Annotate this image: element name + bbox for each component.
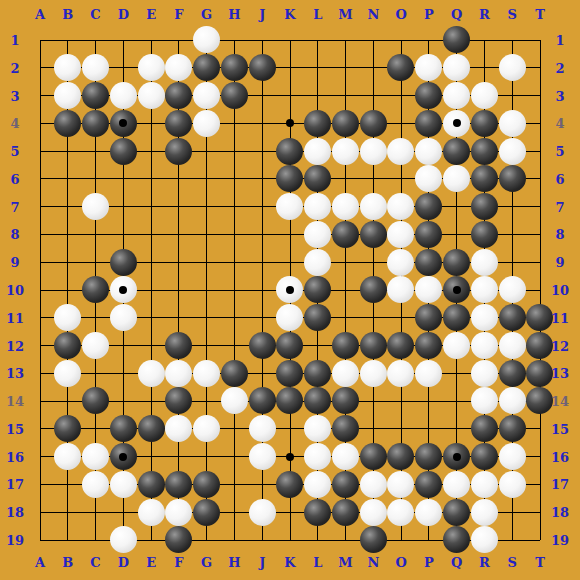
white-stone-N5[interactable] bbox=[360, 138, 387, 165]
intersection-L11 bbox=[304, 304, 332, 332]
intersection-L6 bbox=[304, 165, 332, 193]
white-stone-R14[interactable] bbox=[471, 387, 498, 414]
white-stone-H14[interactable] bbox=[221, 387, 248, 414]
intersection-K17 bbox=[276, 470, 304, 498]
white-stone-G15[interactable] bbox=[193, 415, 220, 442]
intersection-F4 bbox=[165, 109, 193, 137]
black-stone-Q11[interactable] bbox=[443, 304, 470, 331]
white-stone-L16[interactable] bbox=[304, 443, 331, 470]
black-stone-S6[interactable] bbox=[499, 165, 526, 192]
white-stone-B16[interactable] bbox=[54, 443, 81, 470]
black-stone-P4[interactable] bbox=[415, 110, 442, 137]
black-stone-G17[interactable] bbox=[193, 471, 220, 498]
row-label-left-18: 18 bbox=[6, 506, 24, 519]
col-label-top-B: B bbox=[62, 8, 73, 21]
white-stone-E2[interactable] bbox=[138, 54, 165, 81]
intersection-L9 bbox=[304, 248, 332, 276]
white-stone-N18[interactable] bbox=[360, 499, 387, 526]
col-label-bottom-F: F bbox=[174, 556, 183, 569]
black-stone-K6[interactable] bbox=[276, 165, 303, 192]
black-stone-F17[interactable] bbox=[165, 471, 192, 498]
row-label-left-15: 15 bbox=[6, 422, 24, 435]
intersection-L16 bbox=[304, 443, 332, 471]
black-stone-R5[interactable] bbox=[471, 138, 498, 165]
black-stone-O12[interactable] bbox=[387, 332, 414, 359]
intersection-C7 bbox=[82, 193, 110, 221]
intersection-R13 bbox=[470, 359, 498, 387]
white-stone-E3[interactable] bbox=[138, 82, 165, 109]
black-stone-K14[interactable] bbox=[276, 387, 303, 414]
black-stone-T13[interactable] bbox=[526, 360, 553, 387]
white-stone-P5[interactable] bbox=[415, 138, 442, 165]
intersection-F15 bbox=[165, 415, 193, 443]
white-stone-O9[interactable] bbox=[387, 249, 414, 276]
row-label-left-5: 5 bbox=[10, 145, 19, 158]
black-stone-G18[interactable] bbox=[193, 499, 220, 526]
black-stone-R16[interactable] bbox=[471, 443, 498, 470]
col-label-top-H: H bbox=[228, 8, 240, 21]
intersection-B13 bbox=[54, 359, 82, 387]
white-stone-P13[interactable] bbox=[415, 360, 442, 387]
intersection-Q3 bbox=[443, 82, 471, 110]
intersection-H14 bbox=[220, 387, 248, 415]
white-stone-E18[interactable] bbox=[138, 499, 165, 526]
row-label-left-9: 9 bbox=[10, 256, 19, 269]
black-stone-R8[interactable] bbox=[471, 221, 498, 248]
white-stone-J15[interactable] bbox=[249, 415, 276, 442]
black-stone-M17[interactable] bbox=[332, 471, 359, 498]
black-stone-O2[interactable] bbox=[387, 54, 414, 81]
black-stone-P12[interactable] bbox=[415, 332, 442, 359]
black-stone-C4[interactable] bbox=[82, 110, 109, 137]
black-stone-L11[interactable] bbox=[304, 304, 331, 331]
intersection-N16 bbox=[359, 443, 387, 471]
intersection-R7 bbox=[470, 193, 498, 221]
white-stone-B13[interactable] bbox=[54, 360, 81, 387]
intersection-L15 bbox=[304, 415, 332, 443]
white-stone-O17[interactable] bbox=[387, 471, 414, 498]
white-stone-M7[interactable] bbox=[332, 193, 359, 220]
white-stone-Q2[interactable] bbox=[443, 54, 470, 81]
white-stone-Q12[interactable] bbox=[443, 332, 470, 359]
intersection-S4 bbox=[498, 109, 526, 137]
row-label-left-1: 1 bbox=[10, 34, 19, 47]
black-stone-M8[interactable] bbox=[332, 221, 359, 248]
black-stone-S13[interactable] bbox=[499, 360, 526, 387]
black-stone-L10[interactable] bbox=[304, 276, 331, 303]
white-stone-N13[interactable] bbox=[360, 360, 387, 387]
intersection-T12 bbox=[526, 332, 554, 360]
row-label-left-16: 16 bbox=[6, 450, 24, 463]
black-stone-R7[interactable] bbox=[471, 193, 498, 220]
white-stone-G3[interactable] bbox=[193, 82, 220, 109]
intersection-Q11 bbox=[443, 304, 471, 332]
intersection-N18 bbox=[359, 498, 387, 526]
white-stone-P10[interactable] bbox=[415, 276, 442, 303]
row-label-right-3: 3 bbox=[555, 89, 564, 102]
col-label-top-F: F bbox=[174, 8, 183, 21]
col-label-bottom-B: B bbox=[62, 556, 73, 569]
black-stone-N10[interactable] bbox=[360, 276, 387, 303]
intersection-T11 bbox=[526, 304, 554, 332]
col-label-bottom-R: R bbox=[479, 556, 490, 569]
white-stone-D17[interactable] bbox=[110, 471, 137, 498]
col-label-bottom-M: M bbox=[338, 556, 352, 569]
intersection-S10 bbox=[498, 276, 526, 304]
intersection-N10 bbox=[359, 276, 387, 304]
black-stone-Q19[interactable] bbox=[443, 526, 470, 553]
black-stone-K5[interactable] bbox=[276, 138, 303, 165]
white-stone-C16[interactable] bbox=[82, 443, 109, 470]
intersection-C3 bbox=[82, 82, 110, 110]
white-stone-P2[interactable] bbox=[415, 54, 442, 81]
intersection-E17 bbox=[137, 470, 165, 498]
intersection-C16 bbox=[82, 443, 110, 471]
black-stone-J12[interactable] bbox=[249, 332, 276, 359]
intersection-G18 bbox=[193, 498, 221, 526]
intersection-G3 bbox=[193, 82, 221, 110]
black-stone-L13[interactable] bbox=[304, 360, 331, 387]
white-stone-G1[interactable] bbox=[193, 26, 220, 53]
black-stone-P17[interactable] bbox=[415, 471, 442, 498]
intersection-K12 bbox=[276, 332, 304, 360]
white-stone-L5[interactable] bbox=[304, 138, 331, 165]
intersection-P2 bbox=[415, 54, 443, 82]
row-label-right-14: 14 bbox=[551, 395, 569, 408]
white-stone-Q6[interactable] bbox=[443, 165, 470, 192]
row-label-right-12: 12 bbox=[551, 339, 569, 352]
row-label-right-8: 8 bbox=[555, 228, 564, 241]
white-stone-S17[interactable] bbox=[499, 471, 526, 498]
white-stone-M16[interactable] bbox=[332, 443, 359, 470]
black-stone-Q5[interactable] bbox=[443, 138, 470, 165]
row-label-left-13: 13 bbox=[6, 367, 24, 380]
black-stone-D15[interactable] bbox=[110, 415, 137, 442]
star-point-D16 bbox=[119, 453, 127, 461]
intersection-T13 bbox=[526, 359, 554, 387]
col-label-top-L: L bbox=[313, 8, 322, 21]
row-label-right-5: 5 bbox=[555, 145, 564, 158]
white-stone-S16[interactable] bbox=[499, 443, 526, 470]
black-stone-R4[interactable] bbox=[471, 110, 498, 137]
row-label-left-3: 3 bbox=[10, 89, 19, 102]
white-stone-O13[interactable] bbox=[387, 360, 414, 387]
white-stone-F18[interactable] bbox=[165, 499, 192, 526]
black-stone-P16[interactable] bbox=[415, 443, 442, 470]
intersection-M5 bbox=[332, 137, 360, 165]
white-stone-O18[interactable] bbox=[387, 499, 414, 526]
row-label-left-10: 10 bbox=[6, 284, 24, 297]
black-stone-Q9[interactable] bbox=[443, 249, 470, 276]
white-stone-R17[interactable] bbox=[471, 471, 498, 498]
white-stone-O5[interactable] bbox=[387, 138, 414, 165]
col-label-top-E: E bbox=[146, 8, 156, 21]
intersection-Q19 bbox=[443, 526, 471, 554]
black-stone-Q18[interactable] bbox=[443, 499, 470, 526]
black-stone-D5[interactable] bbox=[110, 138, 137, 165]
white-stone-S2[interactable] bbox=[499, 54, 526, 81]
white-stone-G4[interactable] bbox=[193, 110, 220, 137]
black-stone-H13[interactable] bbox=[221, 360, 248, 387]
intersection-E15 bbox=[137, 415, 165, 443]
black-stone-E15[interactable] bbox=[138, 415, 165, 442]
white-stone-B2[interactable] bbox=[54, 54, 81, 81]
black-stone-M4[interactable] bbox=[332, 110, 359, 137]
black-stone-M14[interactable] bbox=[332, 387, 359, 414]
white-stone-N7[interactable] bbox=[360, 193, 387, 220]
intersection-O10 bbox=[387, 276, 415, 304]
black-stone-M18[interactable] bbox=[332, 499, 359, 526]
white-stone-C7[interactable] bbox=[82, 193, 109, 220]
white-stone-M13[interactable] bbox=[332, 360, 359, 387]
row-label-right-19: 19 bbox=[551, 534, 569, 547]
white-stone-F13[interactable] bbox=[165, 360, 192, 387]
row-label-left-7: 7 bbox=[10, 200, 19, 213]
intersection-R14 bbox=[470, 387, 498, 415]
intersection-B2 bbox=[54, 54, 82, 82]
intersection-R18 bbox=[470, 498, 498, 526]
intersection-M14 bbox=[332, 387, 360, 415]
intersection-B15 bbox=[54, 415, 82, 443]
col-label-top-T: T bbox=[535, 8, 545, 21]
intersection-P5 bbox=[415, 137, 443, 165]
black-stone-K12[interactable] bbox=[276, 332, 303, 359]
white-stone-R3[interactable] bbox=[471, 82, 498, 109]
white-stone-L8[interactable] bbox=[304, 221, 331, 248]
intersection-P17 bbox=[415, 470, 443, 498]
black-stone-M15[interactable] bbox=[332, 415, 359, 442]
intersection-Q1 bbox=[443, 26, 471, 54]
row-label-right-7: 7 bbox=[555, 200, 564, 213]
white-stone-L15[interactable] bbox=[304, 415, 331, 442]
black-stone-P9[interactable] bbox=[415, 249, 442, 276]
white-stone-P6[interactable] bbox=[415, 165, 442, 192]
black-stone-N4[interactable] bbox=[360, 110, 387, 137]
white-stone-Q3[interactable] bbox=[443, 82, 470, 109]
black-stone-N8[interactable] bbox=[360, 221, 387, 248]
black-stone-T12[interactable] bbox=[526, 332, 553, 359]
white-stone-O7[interactable] bbox=[387, 193, 414, 220]
black-stone-N19[interactable] bbox=[360, 526, 387, 553]
intersection-S11 bbox=[498, 304, 526, 332]
black-stone-P3[interactable] bbox=[415, 82, 442, 109]
white-stone-R9[interactable] bbox=[471, 249, 498, 276]
intersection-D9 bbox=[109, 248, 137, 276]
white-stone-L17[interactable] bbox=[304, 471, 331, 498]
intersection-R4 bbox=[470, 109, 498, 137]
star-point-D4 bbox=[119, 119, 127, 127]
intersection-Q12 bbox=[443, 332, 471, 360]
white-stone-S12[interactable] bbox=[499, 332, 526, 359]
white-stone-R13[interactable] bbox=[471, 360, 498, 387]
white-stone-R18[interactable] bbox=[471, 499, 498, 526]
black-stone-L18[interactable] bbox=[304, 499, 331, 526]
intersection-K14 bbox=[276, 387, 304, 415]
intersection-C4 bbox=[82, 109, 110, 137]
intersection-P8 bbox=[415, 220, 443, 248]
black-stone-P7[interactable] bbox=[415, 193, 442, 220]
white-stone-C17[interactable] bbox=[82, 471, 109, 498]
black-stone-R6[interactable] bbox=[471, 165, 498, 192]
black-stone-K13[interactable] bbox=[276, 360, 303, 387]
intersection-O16 bbox=[387, 443, 415, 471]
white-stone-B11[interactable] bbox=[54, 304, 81, 331]
col-label-bottom-A: A bbox=[35, 556, 45, 569]
black-stone-L14[interactable] bbox=[304, 387, 331, 414]
intersection-N13 bbox=[359, 359, 387, 387]
intersection-F3 bbox=[165, 82, 193, 110]
intersection-G2 bbox=[193, 54, 221, 82]
black-stone-T11[interactable] bbox=[526, 304, 553, 331]
black-stone-F14[interactable] bbox=[165, 387, 192, 414]
white-stone-S5[interactable] bbox=[499, 138, 526, 165]
intersection-S12 bbox=[498, 332, 526, 360]
black-stone-L4[interactable] bbox=[304, 110, 331, 137]
black-stone-F5[interactable] bbox=[165, 138, 192, 165]
intersection-S2 bbox=[498, 54, 526, 82]
intersection-N19 bbox=[359, 526, 387, 554]
intersection-L13 bbox=[304, 359, 332, 387]
black-stone-C14[interactable] bbox=[82, 387, 109, 414]
intersection-R12 bbox=[470, 332, 498, 360]
white-stone-R11[interactable] bbox=[471, 304, 498, 331]
black-stone-H2[interactable] bbox=[221, 54, 248, 81]
intersection-Q6 bbox=[443, 165, 471, 193]
intersection-G17 bbox=[193, 470, 221, 498]
black-stone-P8[interactable] bbox=[415, 221, 442, 248]
col-label-bottom-S: S bbox=[508, 556, 517, 569]
black-stone-N16[interactable] bbox=[360, 443, 387, 470]
white-stone-P18[interactable] bbox=[415, 499, 442, 526]
black-stone-R15[interactable] bbox=[471, 415, 498, 442]
intersection-K7 bbox=[276, 193, 304, 221]
col-label-bottom-Q: Q bbox=[451, 556, 462, 569]
white-stone-D3[interactable] bbox=[110, 82, 137, 109]
intersection-F14 bbox=[165, 387, 193, 415]
intersection-C2 bbox=[82, 54, 110, 82]
intersection-N5 bbox=[359, 137, 387, 165]
row-label-right-11: 11 bbox=[551, 311, 569, 324]
intersection-F2 bbox=[165, 54, 193, 82]
black-stone-S15[interactable] bbox=[499, 415, 526, 442]
black-stone-F19[interactable] bbox=[165, 526, 192, 553]
go-board[interactable]: AABBCCDDEEFFGGHHJJKKLLMMNNOOPPQQRRSSTT11… bbox=[0, 0, 580, 580]
intersection-E13 bbox=[137, 359, 165, 387]
intersection-Q5 bbox=[443, 137, 471, 165]
intersection-S5 bbox=[498, 137, 526, 165]
white-stone-K7[interactable] bbox=[276, 193, 303, 220]
white-stone-O10[interactable] bbox=[387, 276, 414, 303]
black-stone-E17[interactable] bbox=[138, 471, 165, 498]
col-label-bottom-C: C bbox=[90, 556, 100, 569]
intersection-O9 bbox=[387, 248, 415, 276]
black-stone-M12[interactable] bbox=[332, 332, 359, 359]
black-stone-C10[interactable] bbox=[82, 276, 109, 303]
intersection-M7 bbox=[332, 193, 360, 221]
black-stone-J2[interactable] bbox=[249, 54, 276, 81]
black-stone-F4[interactable] bbox=[165, 110, 192, 137]
white-stone-R19[interactable] bbox=[471, 526, 498, 553]
black-stone-T14[interactable] bbox=[526, 387, 553, 414]
intersection-P10 bbox=[415, 276, 443, 304]
intersection-P7 bbox=[415, 193, 443, 221]
black-stone-S11[interactable] bbox=[499, 304, 526, 331]
intersection-Q9 bbox=[443, 248, 471, 276]
white-stone-J18[interactable] bbox=[249, 499, 276, 526]
white-stone-S10[interactable] bbox=[499, 276, 526, 303]
black-stone-B12[interactable] bbox=[54, 332, 81, 359]
intersection-C14 bbox=[82, 387, 110, 415]
white-stone-B3[interactable] bbox=[54, 82, 81, 109]
black-stone-Q1[interactable] bbox=[443, 26, 470, 53]
white-stone-J16[interactable] bbox=[249, 443, 276, 470]
black-stone-N12[interactable] bbox=[360, 332, 387, 359]
white-stone-F2[interactable] bbox=[165, 54, 192, 81]
intersection-G13 bbox=[193, 359, 221, 387]
white-stone-C2[interactable] bbox=[82, 54, 109, 81]
intersection-M4 bbox=[332, 109, 360, 137]
black-stone-F12[interactable] bbox=[165, 332, 192, 359]
intersection-M13 bbox=[332, 359, 360, 387]
intersection-G4 bbox=[193, 109, 221, 137]
white-stone-L9[interactable] bbox=[304, 249, 331, 276]
intersection-H3 bbox=[220, 82, 248, 110]
row-label-left-8: 8 bbox=[10, 228, 19, 241]
black-stone-G2[interactable] bbox=[193, 54, 220, 81]
black-stone-H3[interactable] bbox=[221, 82, 248, 109]
black-stone-B4[interactable] bbox=[54, 110, 81, 137]
white-stone-D11[interactable] bbox=[110, 304, 137, 331]
white-stone-K11[interactable] bbox=[276, 304, 303, 331]
intersection-D19 bbox=[109, 526, 137, 554]
star-point-Q10 bbox=[453, 286, 461, 294]
black-stone-L6[interactable] bbox=[304, 165, 331, 192]
white-stone-O8[interactable] bbox=[387, 221, 414, 248]
white-stone-E13[interactable] bbox=[138, 360, 165, 387]
white-stone-S4[interactable] bbox=[499, 110, 526, 137]
white-stone-R10[interactable] bbox=[471, 276, 498, 303]
white-stone-R12[interactable] bbox=[471, 332, 498, 359]
black-stone-K17[interactable] bbox=[276, 471, 303, 498]
white-stone-M5[interactable] bbox=[332, 138, 359, 165]
intersection-E3 bbox=[137, 82, 165, 110]
black-stone-F3[interactable] bbox=[165, 82, 192, 109]
black-stone-J14[interactable] bbox=[249, 387, 276, 414]
black-stone-D9[interactable] bbox=[110, 249, 137, 276]
intersection-C12 bbox=[82, 332, 110, 360]
black-stone-B15[interactable] bbox=[54, 415, 81, 442]
black-stone-C3[interactable] bbox=[82, 82, 109, 109]
black-stone-P11[interactable] bbox=[415, 304, 442, 331]
white-stone-S14[interactable] bbox=[499, 387, 526, 414]
intersection-D5 bbox=[109, 137, 137, 165]
white-stone-C12[interactable] bbox=[82, 332, 109, 359]
intersection-D3 bbox=[109, 82, 137, 110]
intersection-G15 bbox=[193, 415, 221, 443]
black-stone-O16[interactable] bbox=[387, 443, 414, 470]
intersection-B16 bbox=[54, 443, 82, 471]
intersection-Q17 bbox=[443, 470, 471, 498]
white-stone-G13[interactable] bbox=[193, 360, 220, 387]
intersection-S16 bbox=[498, 443, 526, 471]
white-stone-Q17[interactable] bbox=[443, 471, 470, 498]
white-stone-F15[interactable] bbox=[165, 415, 192, 442]
white-stone-N17[interactable] bbox=[360, 471, 387, 498]
white-stone-L7[interactable] bbox=[304, 193, 331, 220]
col-label-top-G: G bbox=[201, 8, 212, 21]
col-label-bottom-K: K bbox=[284, 556, 295, 569]
white-stone-D19[interactable] bbox=[110, 526, 137, 553]
